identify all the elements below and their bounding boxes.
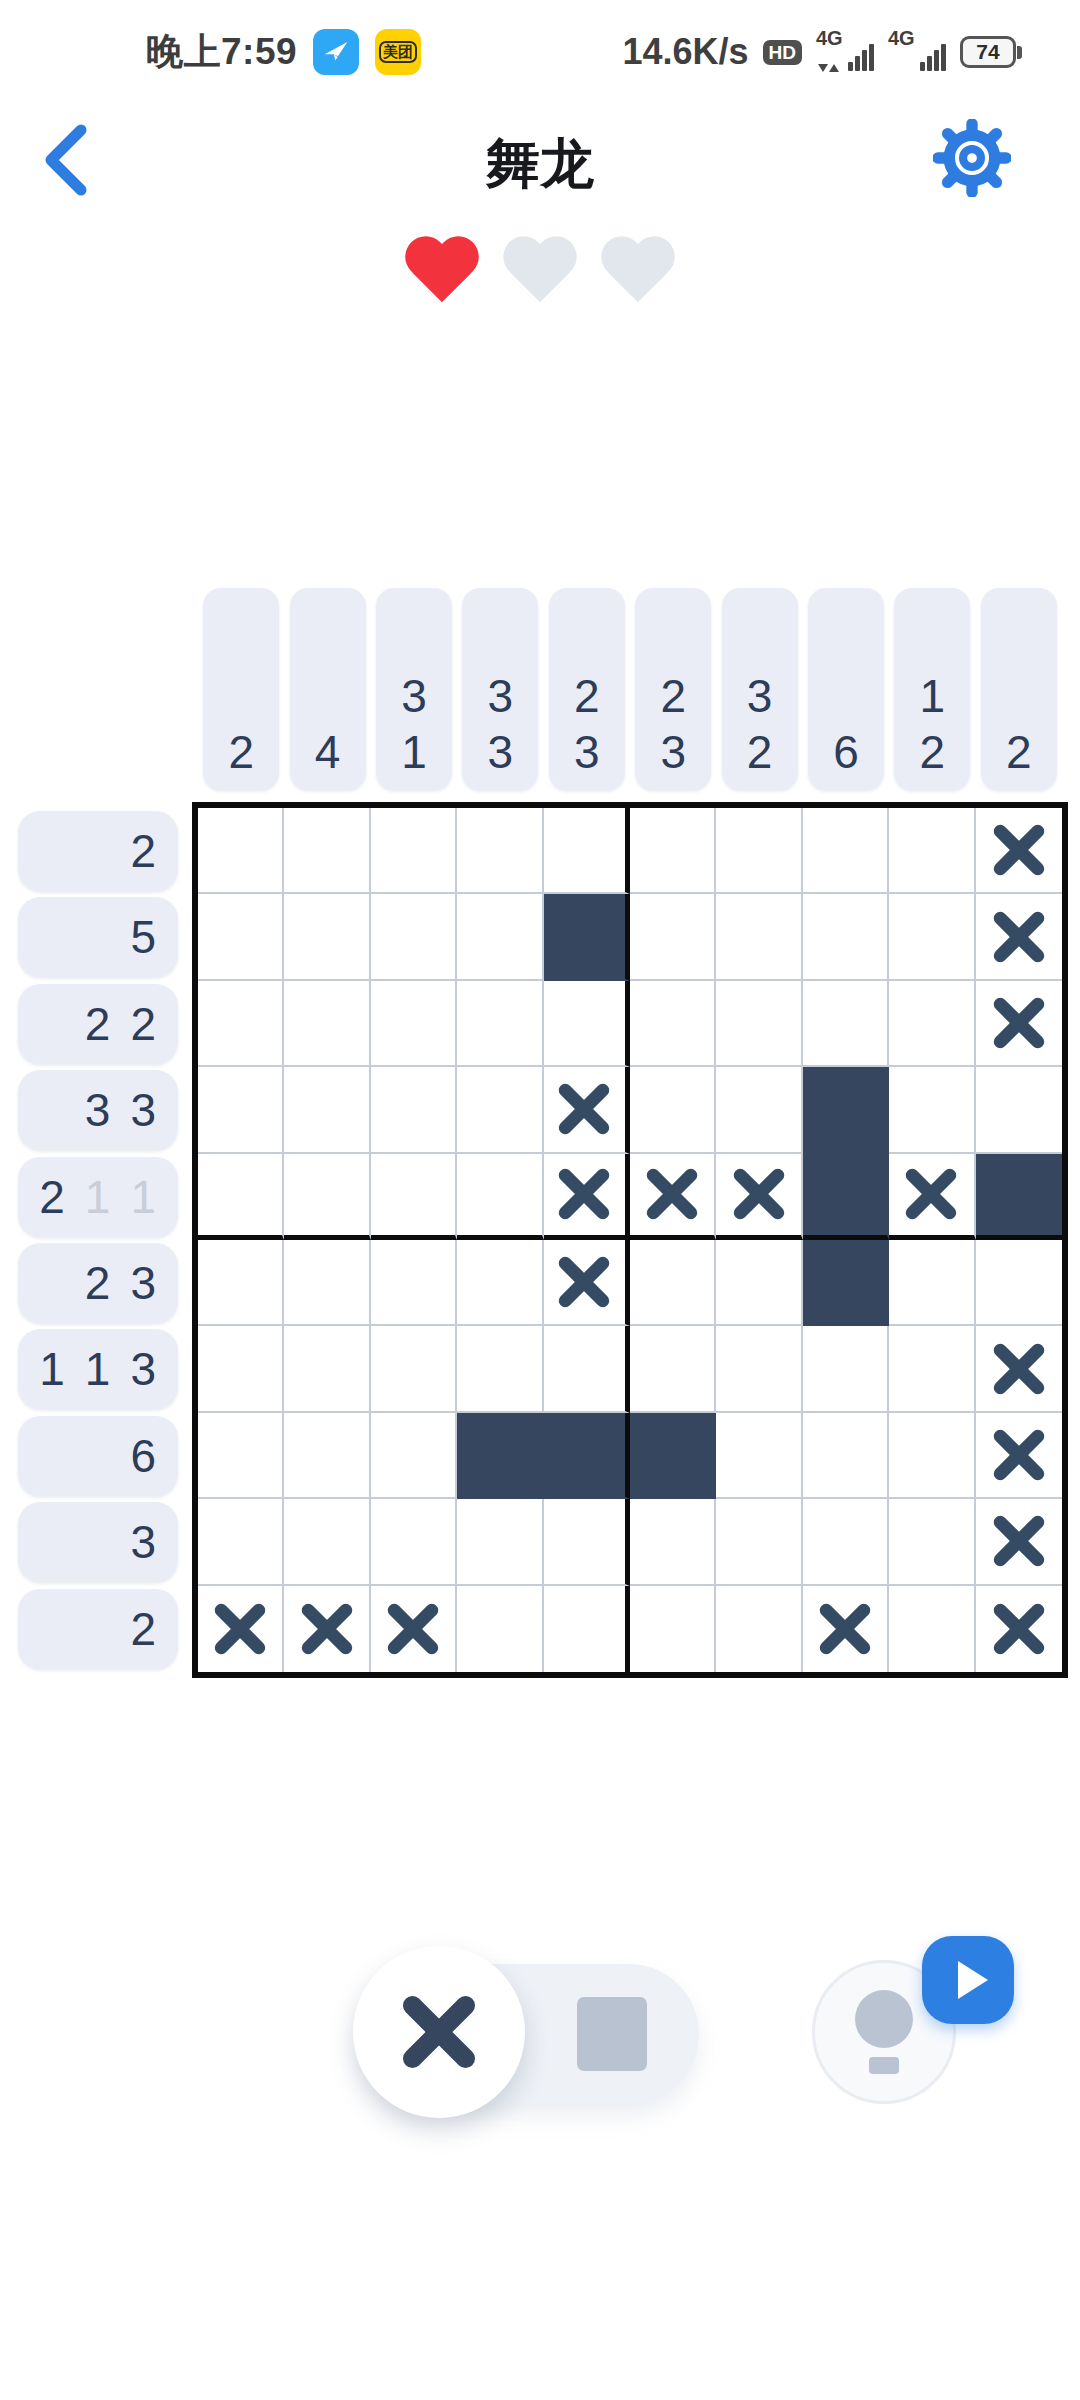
cell-r4-c4[interactable]	[457, 1067, 543, 1153]
cell-r10-c9[interactable]	[889, 1586, 975, 1672]
x-mark-icon	[987, 1337, 1051, 1401]
x-mark-icon	[727, 1162, 791, 1226]
cell-r3-c8[interactable]	[803, 981, 889, 1067]
cell-r5-c1[interactable]	[198, 1154, 284, 1240]
cell-r7-c3[interactable]	[371, 1326, 457, 1412]
cell-r1-c3[interactable]	[371, 808, 457, 894]
cell-r10-c5[interactable]	[544, 1586, 630, 1672]
clue-number: 2	[1006, 724, 1032, 780]
x-mark-icon	[987, 818, 1051, 882]
cell-r9-c8[interactable]	[803, 1499, 889, 1585]
cell-r6-c2[interactable]	[284, 1240, 370, 1326]
col-clue-10: 2	[981, 588, 1057, 790]
row-clue-2: 5	[18, 897, 178, 977]
cell-r9-c1[interactable]	[198, 1499, 284, 1585]
clue-number: 1	[39, 1341, 65, 1397]
cell-r1-c10[interactable]	[976, 808, 1062, 894]
cell-r9-c7[interactable]	[716, 1499, 802, 1585]
signal-icon-1: 4G	[816, 30, 874, 74]
cell-r10-c1[interactable]	[198, 1586, 284, 1672]
col-clue-8: 6	[808, 588, 884, 790]
cell-r2-c7[interactable]	[716, 894, 802, 980]
cell-r8-c3[interactable]	[371, 1413, 457, 1499]
cell-r1-c8[interactable]	[803, 808, 889, 894]
gear-icon	[933, 119, 1011, 197]
cell-r8-c6[interactable]	[630, 1413, 716, 1499]
x-mark-icon	[295, 1597, 359, 1661]
cell-r10-c8[interactable]	[803, 1586, 889, 1672]
cell-r7-c2[interactable]	[284, 1326, 370, 1412]
cell-r6-c5[interactable]	[544, 1240, 630, 1326]
clue-number: 3	[747, 668, 773, 724]
cell-r5-c7[interactable]	[716, 1154, 802, 1240]
header: 舞龙	[0, 112, 1080, 202]
cell-r6-c7[interactable]	[716, 1240, 802, 1326]
clue-number: 1	[130, 1169, 156, 1225]
clue-number: 3	[130, 1514, 156, 1570]
row-clue-3: 22	[18, 984, 178, 1064]
settings-button[interactable]	[930, 116, 1014, 200]
row-clue-8: 6	[18, 1416, 178, 1496]
app-screen: 晚上7:59 美团 14.6K/s HD 4G 4G 74	[0, 0, 1080, 2400]
cell-r10-c7[interactable]	[716, 1586, 802, 1672]
cell-r9-c5[interactable]	[544, 1499, 630, 1585]
cell-r2-c8[interactable]	[803, 894, 889, 980]
clue-number: 1	[85, 1169, 111, 1225]
play-icon	[958, 1961, 988, 1999]
network-speed: 14.6K/s	[622, 31, 748, 73]
cell-r2-c5[interactable]	[544, 894, 630, 980]
cell-r1-c1[interactable]	[198, 808, 284, 894]
cell-r3-c9[interactable]	[889, 981, 975, 1067]
cell-r7-c8[interactable]	[803, 1326, 889, 1412]
cell-r1-c2[interactable]	[284, 808, 370, 894]
col-clue-2: 4	[290, 588, 366, 790]
lightbulb-icon	[855, 1990, 913, 2048]
clue-number: 2	[228, 724, 254, 780]
cell-r4-c7[interactable]	[716, 1067, 802, 1153]
cell-r6-c6[interactable]	[630, 1240, 716, 1326]
cell-r8-c5[interactable]	[544, 1413, 630, 1499]
row-clue-5: 211	[18, 1157, 178, 1237]
mode-toggle[interactable]	[357, 1952, 699, 2112]
cell-r9-c10[interactable]	[976, 1499, 1062, 1585]
clue-number: 6	[833, 724, 859, 780]
col-clue-6: 23	[635, 588, 711, 790]
cell-r5-c8[interactable]	[803, 1154, 889, 1240]
clue-number: 3	[85, 1082, 111, 1138]
signal-bars-icon	[920, 44, 946, 71]
cell-r10-c4[interactable]	[457, 1586, 543, 1672]
cell-r4-c10[interactable]	[976, 1067, 1062, 1153]
cell-r4-c2[interactable]	[284, 1067, 370, 1153]
cell-r5-c5[interactable]	[544, 1154, 630, 1240]
cell-r9-c3[interactable]	[371, 1499, 457, 1585]
cell-r3-c5[interactable]	[544, 981, 630, 1067]
cell-r10-c2[interactable]	[284, 1586, 370, 1672]
clue-number: 2	[660, 668, 686, 724]
cell-r6-c8[interactable]	[803, 1240, 889, 1326]
cell-r2-c3[interactable]	[371, 894, 457, 980]
clue-number: 1	[920, 668, 946, 724]
clue-number: 3	[130, 1255, 156, 1311]
cell-r10-c3[interactable]	[371, 1586, 457, 1672]
clue-number: 2	[130, 823, 156, 879]
mode-toggle-knob[interactable]	[353, 1946, 525, 2118]
cell-r6-c10[interactable]	[976, 1240, 1062, 1326]
cell-r8-c2[interactable]	[284, 1413, 370, 1499]
cell-r3-c10[interactable]	[976, 981, 1062, 1067]
x-mark-icon	[987, 1597, 1051, 1661]
cell-r1-c7[interactable]	[716, 808, 802, 894]
cell-r6-c4[interactable]	[457, 1240, 543, 1326]
row-clue-6: 23	[18, 1243, 178, 1323]
nonogram-grid	[192, 802, 1068, 1678]
cell-r8-c1[interactable]	[198, 1413, 284, 1499]
cell-r8-c7[interactable]	[716, 1413, 802, 1499]
cell-r4-c6[interactable]	[630, 1067, 716, 1153]
cell-r7-c9[interactable]	[889, 1326, 975, 1412]
row-clue-1: 2	[18, 811, 178, 891]
cell-r2-c6[interactable]	[630, 894, 716, 980]
cell-r8-c10[interactable]	[976, 1413, 1062, 1499]
cell-r2-c1[interactable]	[198, 894, 284, 980]
cell-r9-c4[interactable]	[457, 1499, 543, 1585]
status-left: 晚上7:59 美团	[146, 27, 421, 77]
clue-number: 2	[130, 996, 156, 1052]
clue-number: 2	[85, 1255, 111, 1311]
cell-r6-c1[interactable]	[198, 1240, 284, 1326]
cell-r4-c3[interactable]	[371, 1067, 457, 1153]
x-mark-icon	[987, 905, 1051, 969]
cell-r5-c6[interactable]	[630, 1154, 716, 1240]
cell-r7-c10[interactable]	[976, 1326, 1062, 1412]
x-mark-icon	[987, 1509, 1051, 1573]
clue-number: 1	[85, 1341, 111, 1397]
cell-r3-c4[interactable]	[457, 981, 543, 1067]
battery-icon: 74	[960, 36, 1016, 68]
clue-number: 3	[660, 724, 686, 780]
cell-r2-c9[interactable]	[889, 894, 975, 980]
row-clues: 25223321123113632	[18, 808, 178, 1672]
cell-r7-c4[interactable]	[457, 1326, 543, 1412]
cell-r5-c2[interactable]	[284, 1154, 370, 1240]
clue-number: 3	[574, 724, 600, 780]
clue-number: 2	[130, 1601, 156, 1657]
cell-r10-c10[interactable]	[976, 1586, 1062, 1672]
cell-r7-c5[interactable]	[544, 1326, 630, 1412]
x-mark-icon	[208, 1597, 272, 1661]
cell-r6-c3[interactable]	[371, 1240, 457, 1326]
cell-r7-c7[interactable]	[716, 1326, 802, 1412]
lightbulb-base	[869, 2057, 899, 2074]
cell-r3-c3[interactable]	[371, 981, 457, 1067]
cell-r1-c5[interactable]	[544, 808, 630, 894]
cell-r10-c6[interactable]	[630, 1586, 716, 1672]
col-clue-4: 33	[462, 588, 538, 790]
clock: 晚上7:59	[146, 27, 297, 77]
row-clue-10: 2	[18, 1589, 178, 1669]
x-mark-icon	[640, 1162, 704, 1226]
x-mark-icon	[552, 1162, 616, 1226]
x-mark-icon	[813, 1597, 877, 1661]
cell-r4-c9[interactable]	[889, 1067, 975, 1153]
cell-r5-c4[interactable]	[457, 1154, 543, 1240]
row-clue-4: 33	[18, 1070, 178, 1150]
cell-r6-c9[interactable]	[889, 1240, 975, 1326]
clue-number: 4	[315, 724, 341, 780]
cell-r9-c2[interactable]	[284, 1499, 370, 1585]
clue-number: 3	[130, 1341, 156, 1397]
cell-r5-c9[interactable]	[889, 1154, 975, 1240]
lives-row	[0, 238, 1080, 310]
cell-r3-c2[interactable]	[284, 981, 370, 1067]
clue-number: 2	[39, 1169, 65, 1225]
cell-r9-c6[interactable]	[630, 1499, 716, 1585]
cell-r3-c1[interactable]	[198, 981, 284, 1067]
heart-empty-icon	[499, 238, 581, 310]
x-mark-icon	[899, 1162, 963, 1226]
sim2-label: 4G	[888, 27, 915, 50]
page-title: 舞龙	[0, 128, 1080, 201]
heart-full-icon	[401, 238, 483, 310]
col-clue-9: 12	[894, 588, 970, 790]
clue-number: 3	[488, 724, 514, 780]
battery-percent: 74	[976, 40, 999, 64]
cell-r2-c4[interactable]	[457, 894, 543, 980]
status-bar: 晚上7:59 美团 14.6K/s HD 4G 4G 74	[0, 26, 1080, 78]
clue-number: 3	[401, 668, 427, 724]
clue-number: 3	[488, 668, 514, 724]
cell-r9-c9[interactable]	[889, 1499, 975, 1585]
cell-r8-c4[interactable]	[457, 1413, 543, 1499]
col-clue-3: 31	[376, 588, 452, 790]
cell-r1-c4[interactable]	[457, 808, 543, 894]
col-clue-1: 2	[203, 588, 279, 790]
column-clues: 2431332323326122	[198, 588, 1062, 790]
clue-number: 2	[920, 724, 946, 780]
signal-icon-2: 4G	[888, 30, 946, 74]
cell-r2-c10[interactable]	[976, 894, 1062, 980]
updown-arrows-icon	[818, 64, 839, 72]
meituan-label: 美团	[379, 41, 417, 64]
cell-r4-c8[interactable]	[803, 1067, 889, 1153]
status-right: 14.6K/s HD 4G 4G 74	[622, 30, 1016, 74]
cell-r1-c6[interactable]	[630, 808, 716, 894]
x-mark-icon	[381, 1597, 445, 1661]
x-mark-icon	[987, 991, 1051, 1055]
cell-r7-c6[interactable]	[630, 1326, 716, 1412]
col-clue-5: 23	[549, 588, 625, 790]
x-mark-icon	[987, 1423, 1051, 1487]
x-mark-icon	[552, 1077, 616, 1141]
heart-empty-icon	[597, 238, 679, 310]
hd-icon: HD	[763, 40, 802, 65]
clue-number: 2	[574, 668, 600, 724]
clue-number: 1	[401, 724, 427, 780]
fill-mode-icon[interactable]	[577, 1997, 647, 2071]
hint-video-badge[interactable]	[922, 1936, 1014, 2024]
sim1-label: 4G	[816, 27, 843, 50]
clue-number: 3	[130, 1082, 156, 1138]
cell-r3-c6[interactable]	[630, 981, 716, 1067]
clue-number: 2	[85, 996, 111, 1052]
cell-r1-c9[interactable]	[889, 808, 975, 894]
cell-r7-c1[interactable]	[198, 1326, 284, 1412]
cell-r2-c2[interactable]	[284, 894, 370, 980]
dingtalk-app-icon	[313, 29, 359, 75]
signal-bars-icon	[848, 44, 874, 71]
meituan-app-icon: 美团	[375, 29, 421, 75]
clue-number: 6	[130, 1428, 156, 1484]
cross-mode-icon	[393, 1986, 485, 2078]
clue-number: 2	[747, 724, 773, 780]
cell-r4-c5[interactable]	[544, 1067, 630, 1153]
cell-r8-c9[interactable]	[889, 1413, 975, 1499]
row-clue-9: 3	[18, 1502, 178, 1582]
cell-r3-c7[interactable]	[716, 981, 802, 1067]
col-clue-7: 32	[722, 588, 798, 790]
clue-number: 5	[130, 909, 156, 965]
x-mark-icon	[552, 1250, 616, 1314]
cell-r4-c1[interactable]	[198, 1067, 284, 1153]
row-clue-7: 113	[18, 1329, 178, 1409]
cell-r8-c8[interactable]	[803, 1413, 889, 1499]
cell-r5-c10[interactable]	[976, 1154, 1062, 1240]
cell-r5-c3[interactable]	[371, 1154, 457, 1240]
